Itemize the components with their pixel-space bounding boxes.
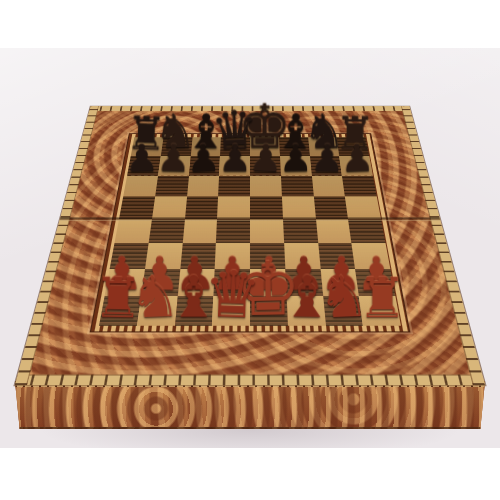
square-c1[interactable]: ♝ bbox=[175, 296, 214, 326]
square-d5[interactable] bbox=[217, 197, 250, 219]
square-f7[interactable]: ♟ bbox=[280, 156, 312, 176]
square-g5[interactable] bbox=[313, 197, 348, 219]
chess-board: ♜♞♝♛♚♝♞♜♟♟♟♟♟♟♟♟♟♟♟♟♟♟♟♟♜♞♝♛♚♝♞♜ bbox=[99, 137, 401, 326]
square-c7[interactable]: ♟ bbox=[189, 156, 221, 176]
square-g7[interactable]: ♟ bbox=[310, 156, 343, 176]
square-h7[interactable]: ♟ bbox=[339, 156, 372, 176]
piece-white-knight[interactable]: ♞ bbox=[317, 269, 370, 325]
square-e5[interactable] bbox=[250, 197, 283, 219]
square-e7[interactable]: ♟ bbox=[250, 156, 281, 176]
chess-scene: ♜♞♝♛♚♝♞♜♟♟♟♟♟♟♟♟♟♟♟♟♟♟♟♟♜♞♝♛♚♝♞♜ bbox=[0, 0, 500, 500]
square-c4[interactable] bbox=[182, 219, 217, 243]
square-d4[interactable] bbox=[216, 219, 250, 243]
square-b5[interactable] bbox=[152, 197, 187, 219]
piece-black-pawn[interactable]: ♟ bbox=[125, 139, 159, 175]
carved-chess-box: ♜♞♝♛♚♝♞♜♟♟♟♟♟♟♟♟♟♟♟♟♟♟♟♟♜♞♝♛♚♝♞♜ bbox=[15, 106, 485, 385]
square-b4[interactable] bbox=[148, 219, 184, 243]
board-inner-frame: ♜♞♝♛♚♝♞♜♟♟♟♟♟♟♟♟♟♟♟♟♟♟♟♟♜♞♝♛♚♝♞♜ bbox=[90, 133, 411, 332]
square-e4[interactable] bbox=[250, 219, 284, 243]
square-f5[interactable] bbox=[282, 197, 316, 219]
piece-black-pawn[interactable]: ♟ bbox=[186, 139, 221, 176]
square-g1[interactable]: ♞ bbox=[323, 296, 364, 326]
piece-white-bishop[interactable]: ♝ bbox=[168, 270, 220, 325]
square-g4[interactable] bbox=[316, 219, 352, 243]
square-h5[interactable] bbox=[345, 197, 381, 219]
square-d7[interactable]: ♟ bbox=[219, 156, 250, 176]
square-f4[interactable] bbox=[283, 219, 318, 243]
square-h4[interactable] bbox=[348, 219, 385, 243]
piece-black-pawn[interactable]: ♟ bbox=[279, 139, 313, 175]
square-b7[interactable]: ♟ bbox=[158, 156, 191, 176]
square-a5[interactable] bbox=[119, 197, 155, 219]
square-a4[interactable] bbox=[115, 219, 152, 243]
rim-tick-band-near bbox=[15, 375, 485, 386]
piece-black-pawn[interactable]: ♟ bbox=[218, 139, 252, 175]
piece-black-pawn[interactable]: ♟ bbox=[339, 139, 374, 176]
square-c5[interactable] bbox=[185, 197, 219, 219]
